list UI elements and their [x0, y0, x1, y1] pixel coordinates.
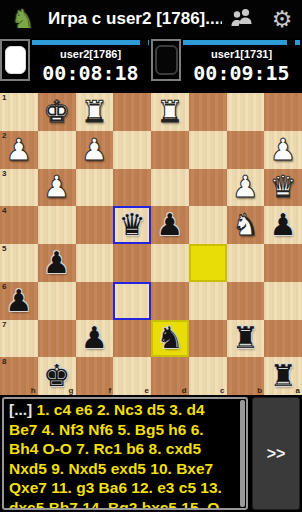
settings-gear-icon[interactable]: ⚙ [262, 0, 302, 38]
people-icon-svg [228, 7, 256, 27]
square-b2[interactable] [227, 131, 265, 169]
app-screen: ♞ Игра с user2 [1786].... ⚙ [0, 0, 302, 512]
square-h5[interactable]: 5 [0, 244, 38, 282]
move-list-scrollbar[interactable] [240, 400, 245, 507]
app-logo-knight-icon[interactable]: ♞ [8, 4, 38, 34]
white-pawn-h2[interactable]: ♟ [5, 132, 32, 168]
square-c8[interactable]: c [189, 357, 227, 395]
white-queen-a3[interactable]: ♛ [270, 169, 297, 205]
square-e3[interactable] [113, 169, 151, 207]
black-time-bar [183, 40, 300, 45]
white-pawn-a2[interactable]: ♟ [270, 132, 297, 168]
square-b4[interactable]: ♞ [227, 206, 265, 244]
square-h4[interactable]: 4 [0, 206, 38, 244]
square-h2[interactable]: 2♟ [0, 131, 38, 169]
move-list-bar: [...] 1. c4 e6 2. Nc3 d5 3. d4 Be7 4. Nf… [0, 395, 302, 512]
white-time-bar-notch [140, 40, 148, 45]
black-pawn-g5[interactable]: ♟ [43, 245, 70, 281]
file-label-f: f [109, 386, 112, 395]
square-h7[interactable]: 7 [0, 320, 38, 358]
white-player-panel: user2[1786] 00:08:18 [0, 38, 151, 93]
file-label-d: d [182, 386, 187, 395]
square-h3[interactable]: 3 [0, 169, 38, 207]
black-pawn-d4[interactable]: ♟ [156, 207, 183, 243]
square-b7[interactable]: ♜ [227, 320, 265, 358]
square-a1[interactable] [264, 93, 302, 131]
square-a8[interactable]: a♜ [264, 357, 302, 395]
black-time-bar-notch [287, 40, 295, 45]
black-player-name: user1[1731] [211, 48, 272, 61]
players-bar: user2[1786] 00:08:18 user1[1731] 00:09:1… [0, 38, 302, 93]
move-list-moves: 1. c4 e6 2. Nc3 d5 3. d4 Be7 4. Nf3 Nf6 … [9, 401, 224, 510]
rank-label-4: 4 [2, 206, 6, 215]
square-h6[interactable]: 6♟ [0, 282, 38, 320]
square-b5[interactable] [227, 244, 265, 282]
square-a5[interactable] [264, 244, 302, 282]
black-pawn-a4[interactable]: ♟ [270, 207, 297, 243]
square-c1[interactable] [189, 93, 227, 131]
square-e4[interactable]: ♛ [113, 206, 151, 244]
square-f2[interactable]: ♟ [76, 131, 114, 169]
square-b8[interactable]: b [227, 357, 265, 395]
black-pawn-h6[interactable]: ♟ [5, 283, 32, 319]
square-a3[interactable]: ♛ [264, 169, 302, 207]
square-e2[interactable] [113, 131, 151, 169]
black-queen-e4[interactable]: ♛ [119, 207, 146, 243]
square-b6[interactable] [227, 282, 265, 320]
square-g6[interactable] [38, 282, 76, 320]
file-label-b: b [257, 386, 262, 395]
square-a7[interactable] [264, 320, 302, 358]
white-time-bar [32, 40, 149, 45]
move-list-ellipsis[interactable]: [...] [9, 401, 32, 418]
square-c6[interactable] [189, 282, 227, 320]
black-color-swatch [155, 45, 178, 75]
square-c2[interactable] [189, 131, 227, 169]
square-c3[interactable] [189, 169, 227, 207]
square-d2[interactable] [151, 131, 189, 169]
black-pawn-f7[interactable]: ♟ [81, 320, 108, 356]
white-player-clock: 00:08:18 [42, 61, 138, 85]
square-e6[interactable] [113, 282, 151, 320]
square-a4[interactable]: ♟ [264, 206, 302, 244]
move-list[interactable]: [...] 1. c4 e6 2. Nc3 d5 3. d4 Be7 4. Nf… [2, 397, 248, 510]
file-label-c: c [220, 386, 224, 395]
square-f3[interactable] [76, 169, 114, 207]
rank-label-3: 3 [2, 169, 6, 178]
white-pawn-f2[interactable]: ♟ [81, 132, 108, 168]
square-b3[interactable]: ♟ [227, 169, 265, 207]
square-c7[interactable] [189, 320, 227, 358]
square-e8[interactable]: e [113, 357, 151, 395]
square-d1[interactable]: ♜ [151, 93, 189, 131]
black-rook-a8[interactable]: ♜ [270, 358, 297, 394]
white-color-swatch-box [0, 39, 30, 81]
white-rook-f1[interactable]: ♜ [81, 94, 108, 130]
square-d6[interactable] [151, 282, 189, 320]
square-f8[interactable]: f [76, 357, 114, 395]
square-g8[interactable]: g♚ [38, 357, 76, 395]
square-d7[interactable]: ♞ [151, 320, 189, 358]
white-color-swatch [5, 46, 26, 74]
square-d4[interactable]: ♟ [151, 206, 189, 244]
square-d3[interactable] [151, 169, 189, 207]
square-h1[interactable]: 1 [0, 93, 38, 131]
chess-board[interactable]: 1♚♜♜2♟♟♟3♟♟♛4♛♟♞♟5♟6♟7♟♞♜8hg♚fedcba♜ [0, 93, 302, 395]
rank-label-5: 5 [2, 244, 6, 253]
white-player-name: user2[1786] [60, 48, 121, 61]
rank-label-8: 8 [2, 357, 6, 366]
square-d8[interactable]: d [151, 357, 189, 395]
window-title: Игра с user2 [1786].... [48, 9, 222, 29]
rank-label-7: 7 [2, 320, 6, 329]
white-pawn-b3[interactable]: ♟ [232, 169, 259, 205]
square-g2[interactable] [38, 131, 76, 169]
black-color-swatch-box [151, 39, 181, 81]
square-g1[interactable]: ♚ [38, 93, 76, 131]
black-king-g8[interactable]: ♚ [43, 358, 70, 394]
square-b1[interactable] [227, 93, 265, 131]
square-f5[interactable] [76, 244, 114, 282]
fast-forward-button[interactable]: >> [252, 397, 300, 510]
black-player-panel: user1[1731] 00:09:15 [151, 38, 302, 93]
opponents-people-icon[interactable] [222, 7, 262, 31]
square-c5[interactable] [189, 244, 227, 282]
white-king-g1[interactable]: ♚ [43, 94, 70, 130]
square-g5[interactable]: ♟ [38, 244, 76, 282]
square-g4[interactable] [38, 206, 76, 244]
rank-label-1: 1 [2, 93, 6, 102]
square-g7[interactable] [38, 320, 76, 358]
black-player-clock: 00:09:15 [193, 61, 289, 85]
black-rook-b7[interactable]: ♜ [232, 320, 259, 356]
file-label-e: e [145, 386, 149, 395]
square-f6[interactable] [76, 282, 114, 320]
white-rook-d1[interactable]: ♜ [156, 94, 183, 130]
square-e5[interactable] [113, 244, 151, 282]
square-f7[interactable]: ♟ [76, 320, 114, 358]
white-knight-b4[interactable]: ♞ [232, 207, 259, 243]
move-list-text: [...] 1. c4 e6 2. Nc3 d5 3. d4 Be7 4. Nf… [9, 400, 236, 510]
square-f1[interactable]: ♜ [76, 93, 114, 131]
square-g3[interactable]: ♟ [38, 169, 76, 207]
square-e1[interactable] [113, 93, 151, 131]
square-c4[interactable] [189, 206, 227, 244]
square-d5[interactable] [151, 244, 189, 282]
white-pawn-g3[interactable]: ♟ [43, 169, 70, 205]
square-a6[interactable] [264, 282, 302, 320]
square-h8[interactable]: 8h [0, 357, 38, 395]
square-a2[interactable]: ♟ [264, 131, 302, 169]
file-label-h: h [31, 386, 36, 395]
action-bar: ♞ Игра с user2 [1786].... ⚙ [0, 0, 302, 38]
black-knight-d7[interactable]: ♞ [156, 320, 183, 356]
square-f4[interactable] [76, 206, 114, 244]
square-e7[interactable] [113, 320, 151, 358]
